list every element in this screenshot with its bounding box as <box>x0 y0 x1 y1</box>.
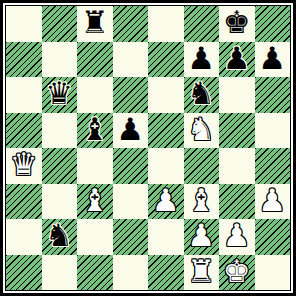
square-b6[interactable]: ♛ <box>42 77 78 113</box>
square-d2[interactable] <box>113 219 149 255</box>
square-f2[interactable]: ♟ <box>184 219 220 255</box>
square-a2[interactable] <box>6 219 42 255</box>
square-b3[interactable] <box>42 184 78 220</box>
square-b8[interactable] <box>42 6 78 42</box>
piece-white-pawn[interactable]: ♟ <box>187 220 215 251</box>
square-e7[interactable] <box>148 42 184 78</box>
square-e8[interactable] <box>148 6 184 42</box>
chess-board-inner-border: ♜♚♟♟♟♛♞♝♟♞♛♝♟♝♟♞♟♟♜♚ <box>5 5 291 291</box>
square-h1[interactable] <box>255 255 291 291</box>
square-f1[interactable]: ♜ <box>184 255 220 291</box>
piece-white-king[interactable]: ♚ <box>223 256 251 287</box>
piece-black-pawn[interactable]: ♟ <box>223 43 251 74</box>
square-a3[interactable] <box>6 184 42 220</box>
piece-white-pawn[interactable]: ♟ <box>223 220 251 251</box>
square-h2[interactable] <box>255 219 291 255</box>
square-d6[interactable] <box>113 77 149 113</box>
square-g7[interactable]: ♟ <box>219 42 255 78</box>
piece-white-knight[interactable]: ♞ <box>187 114 215 145</box>
piece-white-pawn[interactable]: ♟ <box>258 185 286 216</box>
piece-white-rook[interactable]: ♜ <box>187 256 215 287</box>
square-d3[interactable] <box>113 184 149 220</box>
chess-board-frame: ♜♚♟♟♟♛♞♝♟♞♛♝♟♝♟♞♟♟♜♚ <box>0 0 296 296</box>
square-c1[interactable] <box>77 255 113 291</box>
square-d1[interactable] <box>113 255 149 291</box>
square-f4[interactable] <box>184 148 220 184</box>
piece-white-bishop[interactable]: ♝ <box>187 185 215 216</box>
square-c7[interactable] <box>77 42 113 78</box>
piece-black-knight[interactable]: ♞ <box>45 220 73 251</box>
square-a1[interactable] <box>6 255 42 291</box>
square-a6[interactable] <box>6 77 42 113</box>
square-d4[interactable] <box>113 148 149 184</box>
square-e2[interactable] <box>148 219 184 255</box>
square-h6[interactable] <box>255 77 291 113</box>
square-h4[interactable] <box>255 148 291 184</box>
square-c8[interactable]: ♜ <box>77 6 113 42</box>
piece-black-rook[interactable]: ♜ <box>81 7 109 38</box>
piece-black-pawn[interactable]: ♟ <box>116 114 144 145</box>
piece-white-queen[interactable]: ♛ <box>10 149 38 180</box>
square-d5[interactable]: ♟ <box>113 113 149 149</box>
piece-black-pawn[interactable]: ♟ <box>187 43 215 74</box>
square-b2[interactable]: ♞ <box>42 219 78 255</box>
square-d7[interactable] <box>113 42 149 78</box>
square-g8[interactable]: ♚ <box>219 6 255 42</box>
square-e5[interactable] <box>148 113 184 149</box>
square-e3[interactable]: ♟ <box>148 184 184 220</box>
board-grid: ♜♚♟♟♟♛♞♝♟♞♛♝♟♝♟♞♟♟♜♚ <box>6 6 290 290</box>
square-a7[interactable] <box>6 42 42 78</box>
square-c6[interactable] <box>77 77 113 113</box>
piece-white-pawn[interactable]: ♟ <box>152 185 180 216</box>
square-h8[interactable] <box>255 6 291 42</box>
square-b4[interactable] <box>42 148 78 184</box>
square-c3[interactable]: ♝ <box>77 184 113 220</box>
square-g4[interactable] <box>219 148 255 184</box>
square-a8[interactable] <box>6 6 42 42</box>
square-b5[interactable] <box>42 113 78 149</box>
piece-white-bishop[interactable]: ♝ <box>81 185 109 216</box>
square-f3[interactable]: ♝ <box>184 184 220 220</box>
square-h7[interactable]: ♟ <box>255 42 291 78</box>
square-f7[interactable]: ♟ <box>184 42 220 78</box>
square-e6[interactable] <box>148 77 184 113</box>
square-e1[interactable] <box>148 255 184 291</box>
square-f6[interactable]: ♞ <box>184 77 220 113</box>
square-a5[interactable] <box>6 113 42 149</box>
square-a4[interactable]: ♛ <box>6 148 42 184</box>
square-e4[interactable] <box>148 148 184 184</box>
square-f8[interactable] <box>184 6 220 42</box>
square-g6[interactable] <box>219 77 255 113</box>
square-h5[interactable] <box>255 113 291 149</box>
piece-black-pawn[interactable]: ♟ <box>258 43 286 74</box>
square-b7[interactable] <box>42 42 78 78</box>
square-c4[interactable] <box>77 148 113 184</box>
square-c5[interactable]: ♝ <box>77 113 113 149</box>
square-b1[interactable] <box>42 255 78 291</box>
square-g2[interactable]: ♟ <box>219 219 255 255</box>
square-h3[interactable]: ♟ <box>255 184 291 220</box>
piece-black-queen[interactable]: ♛ <box>45 78 73 109</box>
piece-black-bishop[interactable]: ♝ <box>81 114 109 145</box>
square-g1[interactable]: ♚ <box>219 255 255 291</box>
square-g5[interactable] <box>219 113 255 149</box>
square-g3[interactable] <box>219 184 255 220</box>
piece-black-knight[interactable]: ♞ <box>187 78 215 109</box>
square-d8[interactable] <box>113 6 149 42</box>
piece-black-king[interactable]: ♚ <box>223 7 251 38</box>
square-f5[interactable]: ♞ <box>184 113 220 149</box>
square-c2[interactable] <box>77 219 113 255</box>
